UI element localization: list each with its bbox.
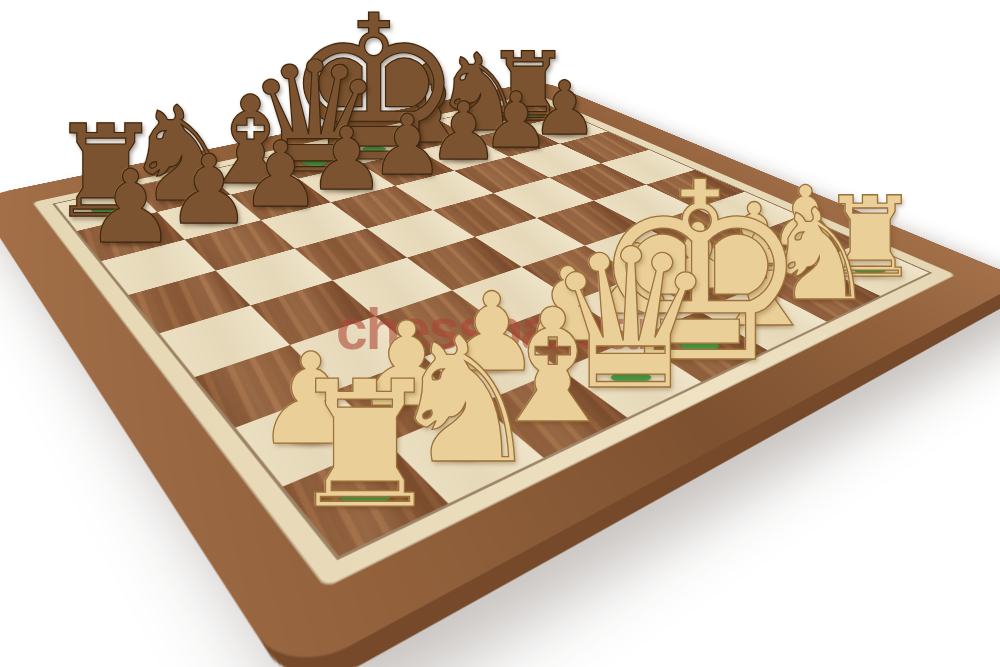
piece-black-pawn[interactable]: ♟ [80, 157, 181, 258]
chess-set-photo: chessbazaar ♜♞♝♛♚♝♞♜♟♟♟♟♟♟♟♟♟♟♟♟♟♟♟♟♜♞♝♛… [0, 0, 1000, 667]
piece-white-rook[interactable]: ♜ [277, 358, 452, 533]
